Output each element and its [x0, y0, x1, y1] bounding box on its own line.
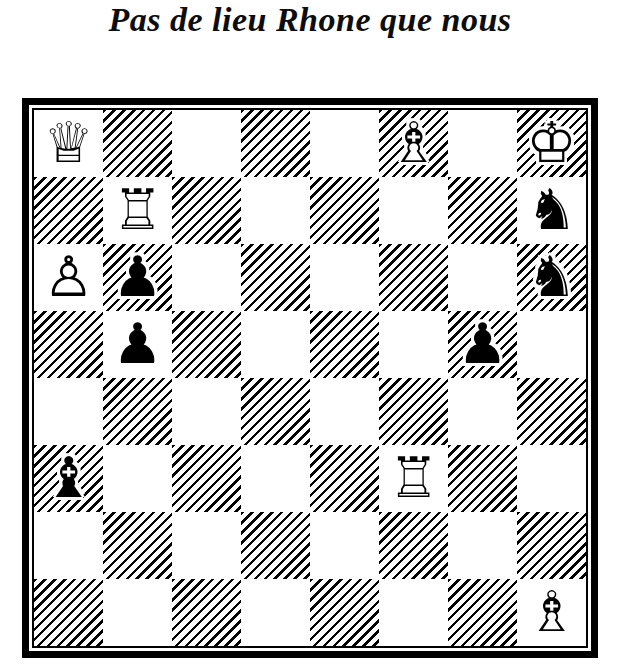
square-e1[interactable]	[310, 579, 379, 646]
square-g6[interactable]	[448, 244, 517, 311]
square-h2[interactable]	[517, 512, 586, 579]
piece-white-rook: ♜♖	[379, 445, 448, 512]
square-c5[interactable]	[172, 311, 241, 378]
square-b6[interactable]: ♟	[103, 244, 172, 311]
piece-white-queen: ♛♕	[34, 110, 103, 177]
piece-black-bishop: ♝	[34, 445, 103, 512]
square-b5[interactable]: ♟	[103, 311, 172, 378]
square-a7[interactable]	[34, 177, 103, 244]
square-e8[interactable]	[310, 110, 379, 177]
square-b3[interactable]	[103, 445, 172, 512]
square-d2[interactable]	[241, 512, 310, 579]
square-h6[interactable]: ♞	[517, 244, 586, 311]
square-a8[interactable]: ♛♕	[34, 110, 103, 177]
square-b2[interactable]	[103, 512, 172, 579]
square-d4[interactable]	[241, 378, 310, 445]
piece-black-knight: ♞	[517, 244, 586, 311]
square-c4[interactable]	[172, 378, 241, 445]
square-f1[interactable]	[379, 579, 448, 646]
square-h7[interactable]: ♞	[517, 177, 586, 244]
square-f3[interactable]: ♜♖	[379, 445, 448, 512]
square-h4[interactable]	[517, 378, 586, 445]
piece-black-pawn: ♟	[448, 311, 517, 378]
square-g8[interactable]	[448, 110, 517, 177]
square-g3[interactable]	[448, 445, 517, 512]
square-h5[interactable]	[517, 311, 586, 378]
square-c8[interactable]	[172, 110, 241, 177]
piece-black-knight: ♞	[517, 177, 586, 244]
square-e4[interactable]	[310, 378, 379, 445]
square-g4[interactable]	[448, 378, 517, 445]
square-f6[interactable]	[379, 244, 448, 311]
chess-board-grid: ♛♕♝♗♚♔♜♖♞♟♙♟♞♟♟♝♜♖♝♗	[32, 108, 588, 648]
square-e3[interactable]	[310, 445, 379, 512]
square-a4[interactable]	[34, 378, 103, 445]
piece-white-pawn: ♟♙	[34, 244, 103, 311]
square-a5[interactable]	[34, 311, 103, 378]
square-d5[interactable]	[241, 311, 310, 378]
square-b1[interactable]	[103, 579, 172, 646]
square-c3[interactable]	[172, 445, 241, 512]
square-g1[interactable]	[448, 579, 517, 646]
piece-white-bishop: ♝♗	[379, 110, 448, 177]
square-c6[interactable]	[172, 244, 241, 311]
square-g5[interactable]: ♟	[448, 311, 517, 378]
square-e6[interactable]	[310, 244, 379, 311]
square-b4[interactable]	[103, 378, 172, 445]
square-d1[interactable]	[241, 579, 310, 646]
square-d3[interactable]	[241, 445, 310, 512]
piece-black-pawn: ♟	[103, 244, 172, 311]
square-f7[interactable]	[379, 177, 448, 244]
piece-white-king: ♚♔	[517, 110, 586, 177]
square-h1[interactable]: ♝♗	[517, 579, 586, 646]
piece-white-rook: ♜♖	[103, 177, 172, 244]
square-f4[interactable]	[379, 378, 448, 445]
chess-board: ♛♕♝♗♚♔♜♖♞♟♙♟♞♟♟♝♜♖♝♗	[22, 98, 598, 658]
square-c1[interactable]	[172, 579, 241, 646]
square-f2[interactable]	[379, 512, 448, 579]
square-g2[interactable]	[448, 512, 517, 579]
square-c2[interactable]	[172, 512, 241, 579]
square-e7[interactable]	[310, 177, 379, 244]
square-d6[interactable]	[241, 244, 310, 311]
piece-white-bishop: ♝♗	[517, 579, 586, 646]
square-e5[interactable]	[310, 311, 379, 378]
square-c7[interactable]	[172, 177, 241, 244]
square-a6[interactable]: ♟♙	[34, 244, 103, 311]
square-f8[interactable]: ♝♗	[379, 110, 448, 177]
square-b7[interactable]: ♜♖	[103, 177, 172, 244]
square-a1[interactable]	[34, 579, 103, 646]
square-g7[interactable]	[448, 177, 517, 244]
page: Pas de lieu Rhone que nous ♛♕♝♗♚♔♜♖♞♟♙♟♞…	[0, 0, 620, 671]
square-a3[interactable]: ♝	[34, 445, 103, 512]
piece-black-pawn: ♟	[103, 311, 172, 378]
square-d8[interactable]	[241, 110, 310, 177]
square-a2[interactable]	[34, 512, 103, 579]
diagram-caption: Pas de lieu Rhone que nous	[0, 1, 620, 39]
square-h8[interactable]: ♚♔	[517, 110, 586, 177]
square-f5[interactable]	[379, 311, 448, 378]
square-b8[interactable]	[103, 110, 172, 177]
square-e2[interactable]	[310, 512, 379, 579]
square-d7[interactable]	[241, 177, 310, 244]
square-h3[interactable]	[517, 445, 586, 512]
